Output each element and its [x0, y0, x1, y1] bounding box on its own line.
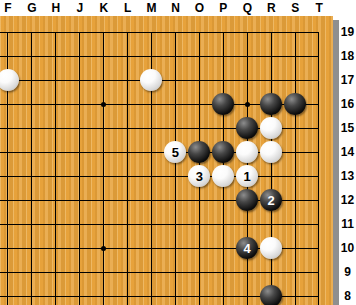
point-S15[interactable] [283, 116, 307, 140]
black-stone-R12: 2 [260, 189, 282, 211]
point-P9[interactable] [211, 260, 235, 284]
row-label-12: 12 [339, 192, 356, 208]
column-label-S: S [283, 1, 307, 15]
point-T8[interactable] [307, 284, 331, 305]
point-P11[interactable] [211, 212, 235, 236]
point-G16[interactable] [20, 92, 44, 116]
point-N19[interactable] [163, 20, 187, 44]
goban: 53124 [0, 16, 333, 305]
point-G11[interactable] [20, 212, 44, 236]
black-stone-Q15 [236, 117, 258, 139]
row-label-10: 10 [339, 240, 356, 256]
point-S13[interactable] [283, 164, 307, 188]
point-P10[interactable] [211, 236, 235, 260]
star-point-Q16 [245, 102, 250, 107]
point-J8[interactable] [68, 284, 92, 305]
point-H18[interactable] [44, 44, 68, 68]
point-T19[interactable] [307, 20, 331, 44]
point-S12[interactable] [283, 188, 307, 212]
white-stone-Q13: 1 [236, 165, 258, 187]
black-stone-R16 [260, 93, 282, 115]
point-O17[interactable] [187, 68, 211, 92]
point-N17[interactable] [163, 68, 187, 92]
column-label-O: O [187, 1, 211, 15]
point-Q12 [235, 188, 259, 212]
point-R18[interactable] [259, 44, 283, 68]
point-Q19[interactable] [235, 20, 259, 44]
row-label-15: 15 [339, 120, 356, 136]
point-R9[interactable] [259, 260, 283, 284]
point-T16[interactable] [307, 92, 331, 116]
point-S10[interactable] [283, 236, 307, 260]
point-H9[interactable] [44, 260, 68, 284]
point-F12[interactable] [0, 188, 20, 212]
point-Q13: 1 [235, 164, 259, 188]
point-N12[interactable] [163, 188, 187, 212]
point-J16[interactable] [68, 92, 92, 116]
point-M15[interactable] [140, 116, 164, 140]
point-L10[interactable] [116, 236, 140, 260]
point-M8[interactable] [140, 284, 164, 305]
point-M11[interactable] [140, 212, 164, 236]
point-O14 [187, 140, 211, 164]
point-N16[interactable] [163, 92, 187, 116]
point-S19[interactable] [283, 20, 307, 44]
black-stone-Q12 [236, 189, 258, 211]
point-N8[interactable] [163, 284, 187, 305]
point-H11[interactable] [44, 212, 68, 236]
point-G9[interactable] [20, 260, 44, 284]
column-label-L: L [116, 1, 140, 15]
point-M17 [140, 68, 164, 92]
point-N14: 5 [163, 140, 187, 164]
point-P19[interactable] [211, 20, 235, 44]
point-K19[interactable] [92, 20, 116, 44]
point-J13[interactable] [68, 164, 92, 188]
point-Q10: 4 [235, 236, 259, 260]
point-O9[interactable] [187, 260, 211, 284]
point-P16 [211, 92, 235, 116]
white-stone-R15 [260, 117, 282, 139]
point-G17[interactable] [20, 68, 44, 92]
column-label-K: K [92, 1, 116, 15]
point-R11[interactable] [259, 212, 283, 236]
point-T15[interactable] [307, 116, 331, 140]
point-F11[interactable] [0, 212, 20, 236]
point-P13 [211, 164, 235, 188]
point-T11[interactable] [307, 212, 331, 236]
point-Q9[interactable] [235, 260, 259, 284]
point-S8[interactable] [283, 284, 307, 305]
point-R13[interactable] [259, 164, 283, 188]
point-Q11[interactable] [235, 212, 259, 236]
move-number-label: 3 [196, 170, 203, 183]
point-F9[interactable] [0, 260, 20, 284]
point-F19[interactable] [0, 20, 20, 44]
point-L9[interactable] [116, 260, 140, 284]
point-L19[interactable] [116, 20, 140, 44]
black-stone-S16 [284, 93, 306, 115]
point-K12[interactable] [92, 188, 116, 212]
point-Q18[interactable] [235, 44, 259, 68]
point-F17 [0, 68, 20, 92]
point-T12[interactable] [307, 188, 331, 212]
black-stone-R8 [260, 285, 282, 305]
point-O15[interactable] [187, 116, 211, 140]
star-point-K16 [101, 102, 106, 107]
point-N10[interactable] [163, 236, 187, 260]
point-H17[interactable] [44, 68, 68, 92]
point-G10[interactable] [20, 236, 44, 260]
point-J14[interactable] [68, 140, 92, 164]
point-N13[interactable] [163, 164, 187, 188]
point-F18[interactable] [0, 44, 20, 68]
move-number-label: 5 [172, 146, 179, 159]
point-R15 [259, 116, 283, 140]
point-R10 [259, 236, 283, 260]
board-grid: 53124 [0, 20, 331, 305]
row-label-19: 19 [339, 24, 356, 40]
column-label-F: F [0, 1, 20, 15]
point-G19[interactable] [20, 20, 44, 44]
point-J17[interactable] [68, 68, 92, 92]
point-R12: 2 [259, 188, 283, 212]
point-M12[interactable] [140, 188, 164, 212]
row-label-18: 18 [339, 48, 356, 64]
black-stone-P16 [212, 93, 234, 115]
point-K15[interactable] [92, 116, 116, 140]
point-G8[interactable] [20, 284, 44, 305]
point-F10[interactable] [0, 236, 20, 260]
point-P8[interactable] [211, 284, 235, 305]
point-H8[interactable] [44, 284, 68, 305]
point-K11[interactable] [92, 212, 116, 236]
point-Q14 [235, 140, 259, 164]
point-H15[interactable] [44, 116, 68, 140]
point-T14[interactable] [307, 140, 331, 164]
point-O16[interactable] [187, 92, 211, 116]
point-Q16[interactable] [235, 92, 259, 116]
star-point-K10 [101, 246, 106, 251]
white-stone-R14 [260, 141, 282, 163]
white-stone-N14: 5 [164, 141, 186, 163]
point-F13[interactable] [0, 164, 20, 188]
point-R16 [259, 92, 283, 116]
point-K17[interactable] [92, 68, 116, 92]
white-stone-O13: 3 [188, 165, 210, 187]
point-L14[interactable] [116, 140, 140, 164]
point-O10[interactable] [187, 236, 211, 260]
move-number-label: 4 [244, 242, 251, 255]
column-label-N: N [164, 1, 188, 15]
point-S18[interactable] [283, 44, 307, 68]
column-label-R: R [259, 1, 283, 15]
point-N11[interactable] [163, 212, 187, 236]
point-M19[interactable] [140, 20, 164, 44]
point-L15[interactable] [116, 116, 140, 140]
point-G15[interactable] [20, 116, 44, 140]
column-label-J: J [68, 1, 92, 15]
point-K8[interactable] [92, 284, 116, 305]
point-Q17[interactable] [235, 68, 259, 92]
point-L12[interactable] [116, 188, 140, 212]
point-H10[interactable] [44, 236, 68, 260]
point-K16[interactable] [92, 92, 116, 116]
point-K10[interactable] [92, 236, 116, 260]
point-T9[interactable] [307, 260, 331, 284]
point-M16[interactable] [140, 92, 164, 116]
point-M14[interactable] [140, 140, 164, 164]
point-O18[interactable] [187, 44, 211, 68]
point-L18[interactable] [116, 44, 140, 68]
point-F8[interactable] [0, 284, 20, 305]
point-J12[interactable] [68, 188, 92, 212]
move-number-label: 2 [267, 194, 274, 207]
black-stone-P14 [212, 141, 234, 163]
point-J10[interactable] [68, 236, 92, 260]
point-G12[interactable] [20, 188, 44, 212]
point-M13[interactable] [140, 164, 164, 188]
row-label-9: 9 [339, 264, 356, 280]
column-label-T: T [307, 1, 331, 15]
point-K13[interactable] [92, 164, 116, 188]
column-label-Q: Q [235, 1, 259, 15]
point-J11[interactable] [68, 212, 92, 236]
point-T18[interactable] [307, 44, 331, 68]
point-M9[interactable] [140, 260, 164, 284]
row-label-13: 13 [339, 168, 356, 184]
black-stone-Q10: 4 [236, 237, 258, 259]
point-P18[interactable] [211, 44, 235, 68]
point-J15[interactable] [68, 116, 92, 140]
point-S9[interactable] [283, 260, 307, 284]
column-label-M: M [140, 1, 164, 15]
column-label-G: G [20, 1, 44, 15]
point-M18[interactable] [140, 44, 164, 68]
white-stone-F17 [0, 69, 19, 91]
column-label-H: H [44, 1, 68, 15]
point-L13[interactable] [116, 164, 140, 188]
point-G18[interactable] [20, 44, 44, 68]
row-label-11: 11 [339, 216, 356, 232]
point-R8 [259, 284, 283, 305]
point-S14[interactable] [283, 140, 307, 164]
point-S17[interactable] [283, 68, 307, 92]
point-O11[interactable] [187, 212, 211, 236]
point-L11[interactable] [116, 212, 140, 236]
point-R19[interactable] [259, 20, 283, 44]
column-label-P: P [211, 1, 235, 15]
point-P14 [211, 140, 235, 164]
point-P17[interactable] [211, 68, 235, 92]
point-J19[interactable] [68, 20, 92, 44]
point-L17[interactable] [116, 68, 140, 92]
point-L16[interactable] [116, 92, 140, 116]
go-diagram: FGHJKLMNOPQRST 53124 1918171615141312111… [0, 0, 356, 305]
point-O13: 3 [187, 164, 211, 188]
point-N9[interactable] [163, 260, 187, 284]
point-K18[interactable] [92, 44, 116, 68]
row-label-8: 8 [339, 288, 356, 304]
white-stone-Q14 [236, 141, 258, 163]
point-T10[interactable] [307, 236, 331, 260]
point-K14[interactable] [92, 140, 116, 164]
point-L8[interactable] [116, 284, 140, 305]
point-H19[interactable] [44, 20, 68, 44]
point-R17[interactable] [259, 68, 283, 92]
point-P15[interactable] [211, 116, 235, 140]
point-R14 [259, 140, 283, 164]
row-label-16: 16 [339, 96, 356, 112]
point-G13[interactable] [20, 164, 44, 188]
white-stone-P13 [212, 165, 234, 187]
point-N18[interactable] [163, 44, 187, 68]
point-J9[interactable] [68, 260, 92, 284]
point-T17[interactable] [307, 68, 331, 92]
point-H16[interactable] [44, 92, 68, 116]
row-label-14: 14 [339, 144, 356, 160]
point-P12[interactable] [211, 188, 235, 212]
white-stone-M17 [140, 69, 162, 91]
point-K9[interactable] [92, 260, 116, 284]
move-number-label: 1 [244, 170, 251, 183]
point-F16[interactable] [0, 92, 20, 116]
point-J18[interactable] [68, 44, 92, 68]
point-O12[interactable] [187, 188, 211, 212]
point-F14[interactable] [0, 140, 20, 164]
point-O19[interactable] [187, 20, 211, 44]
point-M10[interactable] [140, 236, 164, 260]
point-H14[interactable] [44, 140, 68, 164]
point-G14[interactable] [20, 140, 44, 164]
black-stone-O14 [188, 141, 210, 163]
point-H12[interactable] [44, 188, 68, 212]
row-label-17: 17 [339, 72, 356, 88]
point-O8[interactable] [187, 284, 211, 305]
point-N15[interactable] [163, 116, 187, 140]
point-Q15 [235, 116, 259, 140]
point-T13[interactable] [307, 164, 331, 188]
point-S11[interactable] [283, 212, 307, 236]
point-H13[interactable] [44, 164, 68, 188]
point-Q8[interactable] [235, 284, 259, 305]
point-S16 [283, 92, 307, 116]
white-stone-R10 [260, 237, 282, 259]
point-F15[interactable] [0, 116, 20, 140]
